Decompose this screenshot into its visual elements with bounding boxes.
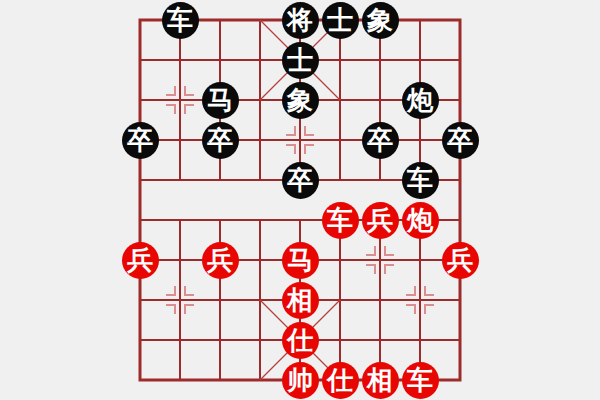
board-point[interactable] bbox=[160, 40, 200, 80]
piece-black-advisor[interactable]: 士 bbox=[322, 2, 359, 39]
piece-black-chariot[interactable]: 车 bbox=[162, 2, 199, 39]
board-point[interactable]: 马 bbox=[280, 240, 320, 280]
piece-black-horse[interactable]: 马 bbox=[202, 82, 239, 119]
board-point[interactable] bbox=[400, 240, 440, 280]
board-point[interactable] bbox=[360, 240, 400, 280]
board-point[interactable] bbox=[200, 360, 240, 400]
board-point[interactable] bbox=[200, 40, 240, 80]
board-point[interactable] bbox=[160, 360, 200, 400]
piece-red-horse[interactable]: 马 bbox=[282, 242, 319, 279]
piece-black-elephant[interactable]: 象 bbox=[362, 2, 399, 39]
board-point[interactable] bbox=[360, 40, 400, 80]
xiangqi-app-background: 车将士象士马象炮卒卒卒卒卒车车兵炮兵兵马兵相仕帅仕相车 bbox=[0, 0, 600, 400]
piece-red-soldier[interactable]: 兵 bbox=[202, 242, 239, 279]
piece-red-soldier[interactable]: 兵 bbox=[442, 242, 479, 279]
board-point[interactable] bbox=[320, 80, 360, 120]
board-point[interactable] bbox=[120, 320, 160, 360]
board-point[interactable] bbox=[160, 240, 200, 280]
board-point[interactable] bbox=[160, 200, 200, 240]
board-point[interactable] bbox=[440, 360, 480, 400]
board-point[interactable]: 兵 bbox=[360, 200, 400, 240]
board-point[interactable]: 卒 bbox=[200, 120, 240, 160]
board-point[interactable]: 卒 bbox=[440, 120, 480, 160]
piece-red-cannon[interactable]: 炮 bbox=[402, 202, 439, 239]
board-point[interactable]: 象 bbox=[280, 80, 320, 120]
piece-black-soldier[interactable]: 卒 bbox=[442, 122, 479, 159]
board-point[interactable] bbox=[240, 240, 280, 280]
board-point[interactable] bbox=[400, 280, 440, 320]
piece-red-general[interactable]: 帅 bbox=[282, 362, 319, 399]
board-point[interactable] bbox=[120, 200, 160, 240]
board-point[interactable]: 兵 bbox=[120, 240, 160, 280]
board-point[interactable]: 将 bbox=[280, 0, 320, 40]
board-point[interactable]: 马 bbox=[200, 80, 240, 120]
piece-black-soldier[interactable]: 卒 bbox=[122, 122, 159, 159]
board-point[interactable]: 卒 bbox=[120, 120, 160, 160]
board-point[interactable]: 车 bbox=[400, 160, 440, 200]
board-point[interactable]: 炮 bbox=[400, 200, 440, 240]
board-point[interactable] bbox=[360, 80, 400, 120]
board-point[interactable]: 卒 bbox=[360, 120, 400, 160]
board-point[interactable] bbox=[120, 280, 160, 320]
board-point[interactable] bbox=[280, 200, 320, 240]
board-point[interactable]: 相 bbox=[360, 360, 400, 400]
piece-red-chariot[interactable]: 车 bbox=[402, 362, 439, 399]
board-point[interactable]: 车 bbox=[320, 200, 360, 240]
board-point[interactable] bbox=[200, 200, 240, 240]
board-point[interactable] bbox=[240, 360, 280, 400]
board-point[interactable]: 帅 bbox=[280, 360, 320, 400]
board-point[interactable] bbox=[120, 160, 160, 200]
piece-black-cannon[interactable]: 炮 bbox=[402, 82, 439, 119]
board-point[interactable] bbox=[360, 160, 400, 200]
board-point[interactable] bbox=[200, 0, 240, 40]
piece-black-chariot[interactable]: 车 bbox=[402, 162, 439, 199]
piece-black-advisor[interactable]: 士 bbox=[282, 42, 319, 79]
board-point[interactable] bbox=[200, 280, 240, 320]
board-point[interactable] bbox=[160, 320, 200, 360]
piece-red-elephant[interactable]: 相 bbox=[362, 362, 399, 399]
board-point[interactable] bbox=[440, 80, 480, 120]
board-point[interactable] bbox=[360, 280, 400, 320]
board-point[interactable] bbox=[160, 160, 200, 200]
board-point[interactable] bbox=[120, 40, 160, 80]
board-point[interactable] bbox=[240, 280, 280, 320]
piece-red-soldier[interactable]: 兵 bbox=[362, 202, 399, 239]
piece-black-elephant[interactable]: 象 bbox=[282, 82, 319, 119]
board-point[interactable]: 仕 bbox=[280, 320, 320, 360]
board-point[interactable] bbox=[280, 120, 320, 160]
board-point[interactable] bbox=[440, 160, 480, 200]
board-point[interactable] bbox=[240, 0, 280, 40]
board-point[interactable] bbox=[360, 320, 400, 360]
board-point[interactable] bbox=[320, 40, 360, 80]
board-point[interactable] bbox=[440, 320, 480, 360]
board-point[interactable] bbox=[160, 80, 200, 120]
board-point[interactable]: 兵 bbox=[440, 240, 480, 280]
board-point[interactable]: 车 bbox=[160, 0, 200, 40]
board-point[interactable] bbox=[120, 80, 160, 120]
board-point[interactable]: 士 bbox=[280, 40, 320, 80]
piece-black-soldier[interactable]: 卒 bbox=[202, 122, 239, 159]
board-point[interactable] bbox=[240, 40, 280, 80]
board-point[interactable] bbox=[440, 280, 480, 320]
board-point[interactable] bbox=[400, 320, 440, 360]
piece-red-advisor[interactable]: 仕 bbox=[282, 322, 319, 359]
board-point[interactable] bbox=[320, 320, 360, 360]
board-point[interactable]: 象 bbox=[360, 0, 400, 40]
board-point[interactable]: 兵 bbox=[200, 240, 240, 280]
board-point[interactable] bbox=[240, 200, 280, 240]
board-point[interactable] bbox=[400, 0, 440, 40]
board-point[interactable] bbox=[440, 0, 480, 40]
board-point[interactable]: 相 bbox=[280, 280, 320, 320]
board-point[interactable] bbox=[240, 160, 280, 200]
piece-red-soldier[interactable]: 兵 bbox=[122, 242, 159, 279]
piece-red-elephant[interactable]: 相 bbox=[282, 282, 319, 319]
piece-red-chariot[interactable]: 车 bbox=[322, 202, 359, 239]
board-point[interactable] bbox=[400, 40, 440, 80]
board-point[interactable]: 炮 bbox=[400, 80, 440, 120]
board-point[interactable]: 士 bbox=[320, 0, 360, 40]
board-point[interactable]: 车 bbox=[400, 360, 440, 400]
piece-red-advisor[interactable]: 仕 bbox=[322, 362, 359, 399]
board-point[interactable] bbox=[240, 120, 280, 160]
board-point[interactable] bbox=[440, 40, 480, 80]
board-point[interactable] bbox=[320, 240, 360, 280]
xiangqi-board: 车将士象士马象炮卒卒卒卒卒车车兵炮兵兵马兵相仕帅仕相车 bbox=[120, 0, 480, 400]
board-point[interactable] bbox=[320, 280, 360, 320]
board-point[interactable] bbox=[320, 120, 360, 160]
board-point[interactable] bbox=[160, 280, 200, 320]
board-point[interactable] bbox=[160, 120, 200, 160]
board-point[interactable] bbox=[400, 120, 440, 160]
board-point[interactable] bbox=[240, 80, 280, 120]
piece-black-general[interactable]: 将 bbox=[282, 2, 319, 39]
piece-black-soldier[interactable]: 卒 bbox=[282, 162, 319, 199]
board-point[interactable] bbox=[240, 320, 280, 360]
board-point[interactable]: 卒 bbox=[280, 160, 320, 200]
board-point[interactable] bbox=[120, 0, 160, 40]
board-point[interactable] bbox=[440, 200, 480, 240]
board-point[interactable] bbox=[200, 160, 240, 200]
board-point[interactable]: 仕 bbox=[320, 360, 360, 400]
board-point[interactable] bbox=[120, 360, 160, 400]
board-point[interactable] bbox=[320, 160, 360, 200]
board-point[interactable] bbox=[200, 320, 240, 360]
piece-black-soldier[interactable]: 卒 bbox=[362, 122, 399, 159]
